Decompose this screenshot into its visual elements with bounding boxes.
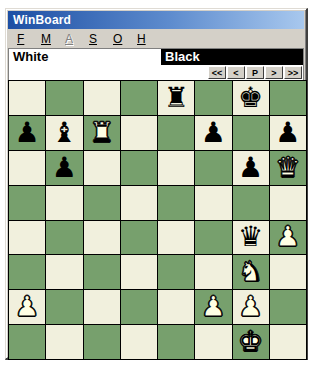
square-g8[interactable]: ♚ — [233, 81, 269, 115]
white-pawn[interactable]: ♟ — [238, 293, 263, 321]
square-b1[interactable] — [46, 325, 82, 359]
square-f1[interactable] — [195, 325, 231, 359]
square-d2[interactable] — [121, 290, 157, 324]
square-b8[interactable] — [46, 81, 82, 115]
square-h3[interactable] — [270, 255, 306, 289]
square-b4[interactable] — [46, 221, 82, 255]
menu-item-f[interactable]: F — [17, 32, 41, 46]
square-g3[interactable]: ♞ — [233, 255, 269, 289]
square-e1[interactable] — [158, 325, 194, 359]
white-pawn[interactable]: ♟ — [275, 223, 300, 251]
square-c8[interactable] — [84, 81, 120, 115]
white-knight[interactable]: ♞ — [238, 258, 263, 286]
square-g7[interactable] — [233, 116, 269, 150]
winboard-window: WinBoard FMASOH White Black <<<P>>> ♜♚♟♝… — [5, 8, 308, 360]
white-rook[interactable]: ♜ — [89, 119, 114, 147]
square-a5[interactable] — [9, 186, 45, 220]
back-button[interactable]: < — [227, 66, 245, 79]
square-b5[interactable] — [46, 186, 82, 220]
status-panel: White Black <<<P>>> — [8, 48, 304, 80]
square-c4[interactable] — [84, 221, 120, 255]
forward-to-end-button[interactable]: >> — [284, 66, 302, 79]
black-king[interactable]: ♚ — [238, 84, 263, 112]
forward-button[interactable]: > — [265, 66, 283, 79]
square-f7[interactable]: ♟ — [195, 116, 231, 150]
white-queen[interactable]: ♛ — [275, 154, 300, 182]
black-queen[interactable]: ♛ — [238, 223, 263, 251]
square-d4[interactable] — [121, 221, 157, 255]
square-b7[interactable]: ♝ — [46, 116, 82, 150]
square-e4[interactable] — [158, 221, 194, 255]
rewind-to-start-button[interactable]: << — [208, 66, 226, 79]
square-d5[interactable] — [121, 186, 157, 220]
square-c7[interactable]: ♜ — [84, 116, 120, 150]
pause-button[interactable]: P — [246, 66, 264, 79]
black-rook[interactable]: ♜ — [164, 84, 189, 112]
square-h1[interactable] — [270, 325, 306, 359]
clock-row: White Black — [9, 49, 303, 65]
square-d7[interactable] — [121, 116, 157, 150]
window-title: WinBoard — [13, 13, 71, 27]
square-h8[interactable] — [270, 81, 306, 115]
square-a2[interactable]: ♟ — [9, 290, 45, 324]
square-h7[interactable]: ♟ — [270, 116, 306, 150]
menu-item-s[interactable]: S — [89, 32, 113, 46]
square-e2[interactable] — [158, 290, 194, 324]
black-pawn[interactable]: ♟ — [15, 119, 40, 147]
square-f5[interactable] — [195, 186, 231, 220]
square-c3[interactable] — [84, 255, 120, 289]
square-g6[interactable]: ♟ — [233, 151, 269, 185]
square-d8[interactable] — [121, 81, 157, 115]
black-pawn[interactable]: ♟ — [201, 119, 226, 147]
white-king[interactable]: ♚ — [238, 328, 263, 356]
square-c5[interactable] — [84, 186, 120, 220]
square-g2[interactable]: ♟ — [233, 290, 269, 324]
black-clock: Black — [161, 49, 303, 65]
square-b3[interactable] — [46, 255, 82, 289]
chess-board: ♜♚♟♝♜♟♟♟♟♛♛♟♞♟♟♟♚ — [8, 80, 307, 360]
square-g5[interactable] — [233, 186, 269, 220]
menu-item-m[interactable]: M — [41, 32, 65, 46]
square-a3[interactable] — [9, 255, 45, 289]
square-h5[interactable] — [270, 186, 306, 220]
black-bishop[interactable]: ♝ — [52, 119, 77, 147]
square-a1[interactable] — [9, 325, 45, 359]
square-a7[interactable]: ♟ — [9, 116, 45, 150]
square-a6[interactable] — [9, 151, 45, 185]
square-a4[interactable] — [9, 221, 45, 255]
square-f6[interactable] — [195, 151, 231, 185]
black-pawn[interactable]: ♟ — [238, 154, 263, 182]
square-e3[interactable] — [158, 255, 194, 289]
square-g1[interactable]: ♚ — [233, 325, 269, 359]
square-g4[interactable]: ♛ — [233, 221, 269, 255]
square-f4[interactable] — [195, 221, 231, 255]
menu-item-o[interactable]: O — [113, 32, 137, 46]
square-b6[interactable]: ♟ — [46, 151, 82, 185]
white-pawn[interactable]: ♟ — [15, 293, 40, 321]
square-e7[interactable] — [158, 116, 194, 150]
menu-item-a[interactable]: A — [65, 32, 89, 46]
square-d6[interactable] — [121, 151, 157, 185]
white-pawn[interactable]: ♟ — [201, 293, 226, 321]
black-pawn[interactable]: ♟ — [52, 154, 77, 182]
menu-bar: FMASOH — [8, 29, 304, 48]
square-h6[interactable]: ♛ — [270, 151, 306, 185]
nav-button-row: <<<P>>> — [9, 65, 303, 80]
square-h2[interactable] — [270, 290, 306, 324]
square-e8[interactable]: ♜ — [158, 81, 194, 115]
square-e6[interactable] — [158, 151, 194, 185]
square-e5[interactable] — [158, 186, 194, 220]
black-pawn[interactable]: ♟ — [275, 119, 300, 147]
square-c6[interactable] — [84, 151, 120, 185]
square-f3[interactable] — [195, 255, 231, 289]
square-f8[interactable] — [195, 81, 231, 115]
square-b2[interactable] — [46, 290, 82, 324]
menu-item-h[interactable]: H — [137, 32, 161, 46]
square-c1[interactable] — [84, 325, 120, 359]
title-bar[interactable]: WinBoard — [8, 11, 304, 29]
square-c2[interactable] — [84, 290, 120, 324]
square-f2[interactable]: ♟ — [195, 290, 231, 324]
white-clock: White — [9, 49, 161, 65]
square-d1[interactable] — [121, 325, 157, 359]
square-d3[interactable] — [121, 255, 157, 289]
square-a8[interactable] — [9, 81, 45, 115]
square-h4[interactable]: ♟ — [270, 221, 306, 255]
